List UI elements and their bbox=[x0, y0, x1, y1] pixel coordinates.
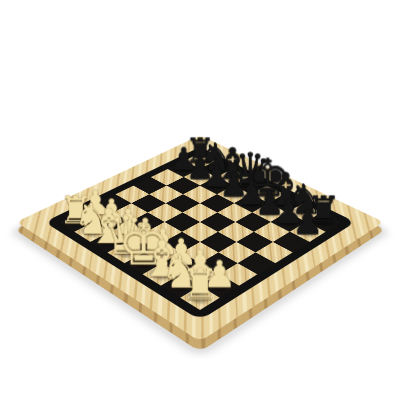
chessboard-scene: ♜♞♝♛♚♝♞♜♟♟♟♟♟♟♟♟♟♟♟♟♟♟♟♟♜♞♝♛♚♝♞♜ bbox=[0, 0, 400, 400]
chess-board: ♜♞♝♛♚♝♞♜♟♟♟♟♟♟♟♟♟♟♟♟♟♟♟♟♜♞♝♛♚♝♞♜ bbox=[16, 135, 384, 341]
photo-background: ♜♞♝♛♚♝♞♜♟♟♟♟♟♟♟♟♟♟♟♟♟♟♟♟♜♞♝♛♚♝♞♜ bbox=[0, 0, 400, 400]
board-black-border-band: ♜♞♝♛♚♝♞♜♟♟♟♟♟♟♟♟♟♟♟♟♟♟♟♟♜♞♝♛♚♝♞♜ bbox=[44, 147, 355, 320]
square-h1: ♜ bbox=[180, 286, 220, 310]
board-wood-frame: ♜♞♝♛♚♝♞♜♟♟♟♟♟♟♟♟♟♟♟♟♟♟♟♟♜♞♝♛♚♝♞♜ bbox=[16, 135, 384, 341]
black-pawn-icon: ♟ bbox=[292, 203, 323, 238]
